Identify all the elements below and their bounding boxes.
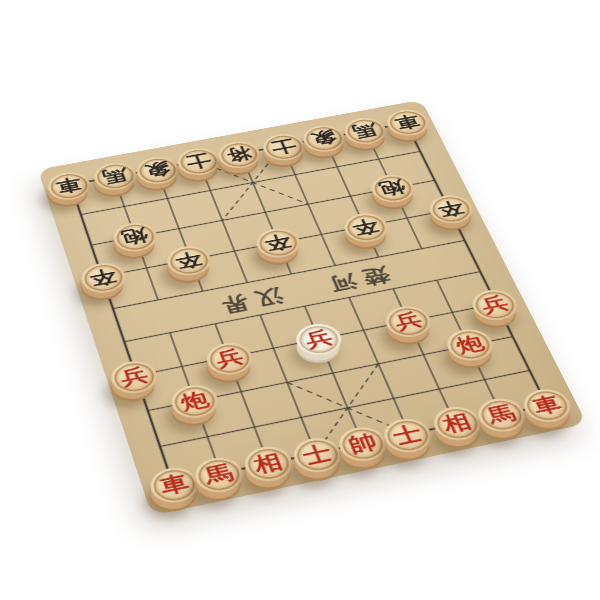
piece-glyph: 車 xyxy=(157,472,191,498)
piece-black-soldier[interactable]: 卒 xyxy=(252,225,305,261)
piece-glyph: 士 xyxy=(300,442,334,467)
piece-glyph: 象 xyxy=(309,128,339,147)
piece-glyph: 兵 xyxy=(391,310,424,332)
piece-glyph: 相 xyxy=(440,411,475,435)
piece-glyph: 車 xyxy=(529,393,564,417)
piece-red-cannon[interactable]: 炮 xyxy=(167,381,223,422)
piece-red-general[interactable]: 帥 xyxy=(334,423,392,465)
piece-glyph: 象 xyxy=(143,160,173,180)
piece-glyph: 兵 xyxy=(478,293,511,315)
piece-glyph: 兵 xyxy=(302,327,335,350)
piece-glyph: 炮 xyxy=(453,333,487,356)
piece-glyph: 兵 xyxy=(118,365,150,389)
piece-glyph: 卒 xyxy=(262,232,293,253)
piece-glyph: 卒 xyxy=(350,217,382,238)
piece-black-advisor[interactable]: 士 xyxy=(173,145,224,178)
piece-glyph: 炮 xyxy=(178,389,211,413)
xiangqi-board-mat: 汉界 楚河 車馬象士将士象馬車炮炮卒卒卒卒卒兵兵兵兵兵炮炮車馬相士帥士相馬車 xyxy=(38,100,587,516)
piece-red-elephant[interactable]: 相 xyxy=(239,442,297,485)
piece-glyph: 帥 xyxy=(345,431,380,456)
piece-black-soldier[interactable]: 卒 xyxy=(77,259,130,296)
piece-red-soldier[interactable]: 兵 xyxy=(291,320,347,359)
piece-red-soldier[interactable]: 兵 xyxy=(467,286,523,324)
piece-glyph: 馬 xyxy=(350,121,380,140)
piece-glyph: 炮 xyxy=(120,226,151,247)
piece-red-cannon[interactable]: 炮 xyxy=(441,325,498,364)
product-photo-scene: 汉界 楚河 車馬象士将士象馬車炮炮卒卒卒卒卒兵兵兵兵兵炮炮車馬相士帥士相馬車 xyxy=(0,0,600,600)
piece-glyph: 士 xyxy=(184,151,214,171)
piece-black-soldier[interactable]: 卒 xyxy=(163,243,216,279)
piece-glyph: 卒 xyxy=(88,266,119,288)
piece-glyph: 卒 xyxy=(173,250,204,271)
piece-black-cannon[interactable]: 炮 xyxy=(366,171,419,205)
piece-glyph: 卒 xyxy=(435,198,467,218)
piece-red-soldier[interactable]: 兵 xyxy=(380,302,436,340)
piece-black-horse[interactable]: 馬 xyxy=(340,115,391,147)
pieces-grid: 車馬象士将士象馬車炮炮卒卒卒卒卒兵兵兵兵兵炮炮車馬相士帥士相馬車 xyxy=(44,106,578,508)
piece-glyph: 士 xyxy=(269,137,299,156)
piece-glyph: 車 xyxy=(392,113,422,132)
piece-black-soldier[interactable]: 卒 xyxy=(339,210,393,245)
piece-glyph: 兵 xyxy=(213,347,246,370)
piece-glyph: 相 xyxy=(251,451,285,476)
piece-glyph: 炮 xyxy=(377,178,408,198)
piece-glyph: 将 xyxy=(224,144,254,164)
piece-glyph: 馬 xyxy=(202,462,236,487)
piece-glyph: 馬 xyxy=(100,166,130,186)
piece-black-horse[interactable]: 馬 xyxy=(90,159,140,193)
piece-black-elephant[interactable]: 象 xyxy=(298,122,349,155)
piece-black-advisor[interactable]: 士 xyxy=(258,131,309,164)
piece-glyph: 馬 xyxy=(484,402,519,426)
piece-red-horse[interactable]: 馬 xyxy=(472,394,531,435)
piece-glyph: 車 xyxy=(54,175,84,195)
piece-red-soldier[interactable]: 兵 xyxy=(202,339,257,378)
piece-glyph: 士 xyxy=(390,423,425,448)
piece-black-cannon[interactable]: 炮 xyxy=(109,219,161,255)
piece-black-general[interactable]: 将 xyxy=(214,138,265,171)
piece-black-elephant[interactable]: 象 xyxy=(132,153,183,187)
piece-black-chariot[interactable]: 車 xyxy=(44,169,94,203)
